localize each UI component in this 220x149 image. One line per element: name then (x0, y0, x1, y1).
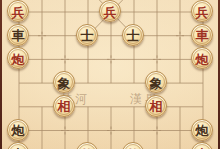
piece-character: 炮 (12, 124, 25, 137)
piece-character: 士 (127, 29, 140, 42)
board-left-edge (0, 0, 2, 149)
board-grid-lines (0, 0, 220, 149)
board-right-edge (218, 0, 220, 149)
piece-character: 兵 (104, 5, 117, 18)
piece-character: 炮 (196, 124, 209, 137)
piece-character: 象 (58, 76, 71, 89)
piece-character: 士 (81, 29, 94, 42)
piece-black-cannon[interactable]: 炮 (7, 119, 29, 141)
xiangqi-board[interactable]: 楚河 漢界 兵兵兵車士士車炮炮象象相相炮炮車仕仕車 (0, 0, 220, 149)
piece-black-advisor[interactable]: 士 (76, 24, 98, 46)
piece-character: 車 (12, 29, 25, 42)
piece-character: 仕 (127, 147, 140, 149)
piece-red-soldier[interactable]: 兵 (99, 0, 121, 22)
piece-red-elephant[interactable]: 相 (53, 95, 75, 117)
piece-character: 兵 (196, 5, 209, 18)
piece-character: 車 (12, 147, 25, 149)
piece-black-cannon[interactable]: 炮 (191, 119, 213, 141)
piece-black-chariot[interactable]: 車 (7, 24, 29, 46)
piece-character: 相 (58, 100, 71, 113)
piece-character: 仕 (81, 147, 94, 149)
piece-character: 車 (196, 147, 209, 149)
piece-black-elephant[interactable]: 象 (145, 71, 167, 93)
piece-character: 兵 (12, 5, 25, 18)
piece-red-soldier[interactable]: 兵 (191, 0, 213, 22)
piece-character: 象 (150, 76, 163, 89)
piece-character: 炮 (196, 52, 209, 65)
piece-character: 車 (196, 29, 209, 42)
piece-black-advisor[interactable]: 士 (122, 24, 144, 46)
piece-red-elephant[interactable]: 相 (145, 95, 167, 117)
piece-red-chariot[interactable]: 車 (191, 24, 213, 46)
piece-black-elephant[interactable]: 象 (53, 71, 75, 93)
piece-character: 炮 (12, 52, 25, 65)
piece-character: 相 (150, 100, 163, 113)
piece-red-soldier[interactable]: 兵 (7, 0, 29, 22)
